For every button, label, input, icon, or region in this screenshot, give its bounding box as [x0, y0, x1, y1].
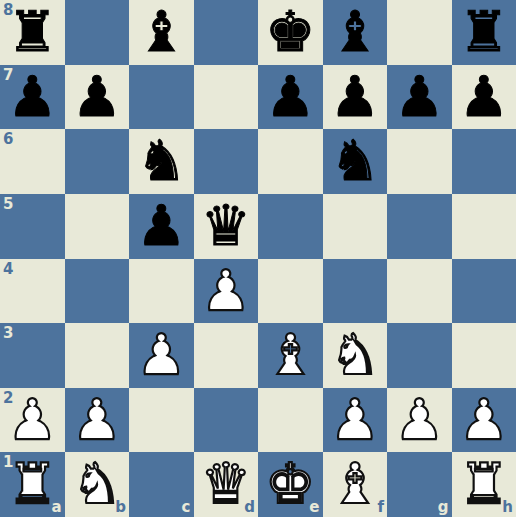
square-d2[interactable]: [194, 388, 259, 453]
square-e3[interactable]: ♝: [258, 323, 323, 388]
square-d3[interactable]: [194, 323, 259, 388]
piece-white-pawn-g2[interactable]: ♟: [394, 388, 444, 453]
square-c6[interactable]: ♞: [129, 129, 194, 194]
square-c4[interactable]: [129, 259, 194, 324]
square-b2[interactable]: ♟: [65, 388, 130, 453]
square-g6[interactable]: [387, 129, 452, 194]
piece-white-pawn-b2[interactable]: ♟: [72, 388, 122, 453]
square-f4[interactable]: [323, 259, 388, 324]
square-c5[interactable]: ♟: [129, 194, 194, 259]
square-e2[interactable]: [258, 388, 323, 453]
square-h5[interactable]: [452, 194, 516, 259]
piece-black-pawn-f7[interactable]: ♟: [330, 65, 380, 130]
piece-white-rook-h1[interactable]: ♜: [459, 452, 509, 517]
square-h7[interactable]: ♟: [452, 65, 516, 130]
piece-white-bishop-f1[interactable]: ♝: [330, 452, 380, 517]
square-f3[interactable]: ♞: [323, 323, 388, 388]
square-h6[interactable]: [452, 129, 516, 194]
square-a2[interactable]: 2♟: [0, 388, 65, 453]
piece-white-pawn-h2[interactable]: ♟: [459, 388, 509, 453]
square-g8[interactable]: [387, 0, 452, 65]
piece-black-queen-d5[interactable]: ♛: [201, 194, 251, 259]
piece-black-pawn-e7[interactable]: ♟: [265, 65, 315, 130]
square-c2[interactable]: [129, 388, 194, 453]
rank-label-3: 3: [3, 326, 13, 341]
piece-white-pawn-f2[interactable]: ♟: [330, 388, 380, 453]
piece-black-pawn-g7[interactable]: ♟: [394, 65, 444, 130]
piece-white-pawn-d4[interactable]: ♟: [201, 259, 251, 324]
square-d5[interactable]: ♛: [194, 194, 259, 259]
piece-white-king-e1[interactable]: ♚: [265, 452, 315, 517]
square-a6[interactable]: 6: [0, 129, 65, 194]
square-f5[interactable]: [323, 194, 388, 259]
square-g7[interactable]: ♟: [387, 65, 452, 130]
piece-black-pawn-b7[interactable]: ♟: [72, 65, 122, 130]
piece-white-pawn-c3[interactable]: ♟: [136, 323, 186, 388]
square-g5[interactable]: [387, 194, 452, 259]
file-label-c: c: [182, 500, 191, 515]
square-c8[interactable]: ♝: [129, 0, 194, 65]
square-a8[interactable]: 8♜: [0, 0, 65, 65]
square-f7[interactable]: ♟: [323, 65, 388, 130]
square-e7[interactable]: ♟: [258, 65, 323, 130]
square-a5[interactable]: 5: [0, 194, 65, 259]
rank-label-5: 5: [3, 197, 13, 212]
piece-black-knight-c6[interactable]: ♞: [136, 129, 186, 194]
piece-white-knight-b1[interactable]: ♞: [72, 452, 122, 517]
square-b7[interactable]: ♟: [65, 65, 130, 130]
piece-white-knight-f3[interactable]: ♞: [330, 323, 380, 388]
piece-black-rook-h8[interactable]: ♜: [459, 0, 509, 65]
piece-black-bishop-c8[interactable]: ♝: [136, 0, 186, 65]
piece-black-pawn-h7[interactable]: ♟: [459, 65, 509, 130]
square-d8[interactable]: [194, 0, 259, 65]
square-e6[interactable]: [258, 129, 323, 194]
piece-black-king-e8[interactable]: ♚: [265, 0, 315, 65]
square-b4[interactable]: [65, 259, 130, 324]
square-b1[interactable]: b♞: [65, 452, 130, 517]
square-b5[interactable]: [65, 194, 130, 259]
piece-black-knight-f6[interactable]: ♞: [330, 129, 380, 194]
square-h8[interactable]: ♜: [452, 0, 516, 65]
square-h4[interactable]: [452, 259, 516, 324]
piece-white-queen-d1[interactable]: ♛: [201, 452, 251, 517]
square-e1[interactable]: e♚: [258, 452, 323, 517]
square-d1[interactable]: d♛: [194, 452, 259, 517]
square-c7[interactable]: [129, 65, 194, 130]
square-f6[interactable]: ♞: [323, 129, 388, 194]
file-label-g: g: [438, 500, 449, 515]
square-e8[interactable]: ♚: [258, 0, 323, 65]
piece-black-bishop-f8[interactable]: ♝: [330, 0, 380, 65]
square-h3[interactable]: [452, 323, 516, 388]
square-e5[interactable]: [258, 194, 323, 259]
piece-black-pawn-a7[interactable]: ♟: [7, 65, 57, 130]
square-g1[interactable]: g: [387, 452, 452, 517]
square-f2[interactable]: ♟: [323, 388, 388, 453]
square-e4[interactable]: [258, 259, 323, 324]
square-c1[interactable]: c: [129, 452, 194, 517]
square-c3[interactable]: ♟: [129, 323, 194, 388]
square-a7[interactable]: 7♟: [0, 65, 65, 130]
square-d6[interactable]: [194, 129, 259, 194]
square-d4[interactable]: ♟: [194, 259, 259, 324]
square-g3[interactable]: [387, 323, 452, 388]
piece-black-rook-a8[interactable]: ♜: [7, 0, 57, 65]
square-g4[interactable]: [387, 259, 452, 324]
square-f8[interactable]: ♝: [323, 0, 388, 65]
piece-white-bishop-e3[interactable]: ♝: [265, 323, 315, 388]
square-a3[interactable]: 3: [0, 323, 65, 388]
chess-board: 8♜♝♚♝♜7♟♟♟♟♟♟6♞♞5♟♛4♟3♟♝♞2♟♟♟♟♟1a♜b♞cd♛e…: [0, 0, 516, 517]
square-d7[interactable]: [194, 65, 259, 130]
square-b3[interactable]: [65, 323, 130, 388]
square-h1[interactable]: h♜: [452, 452, 516, 517]
square-a4[interactable]: 4: [0, 259, 65, 324]
rank-label-4: 4: [3, 262, 13, 277]
rank-label-6: 6: [3, 132, 13, 147]
square-h2[interactable]: ♟: [452, 388, 516, 453]
piece-black-pawn-c5[interactable]: ♟: [136, 194, 186, 259]
square-b6[interactable]: [65, 129, 130, 194]
square-g2[interactable]: ♟: [387, 388, 452, 453]
piece-white-pawn-a2[interactable]: ♟: [7, 388, 57, 453]
square-a1[interactable]: 1a♜: [0, 452, 65, 517]
square-b8[interactable]: [65, 0, 130, 65]
square-f1[interactable]: f♝: [323, 452, 388, 517]
piece-white-rook-a1[interactable]: ♜: [7, 452, 57, 517]
